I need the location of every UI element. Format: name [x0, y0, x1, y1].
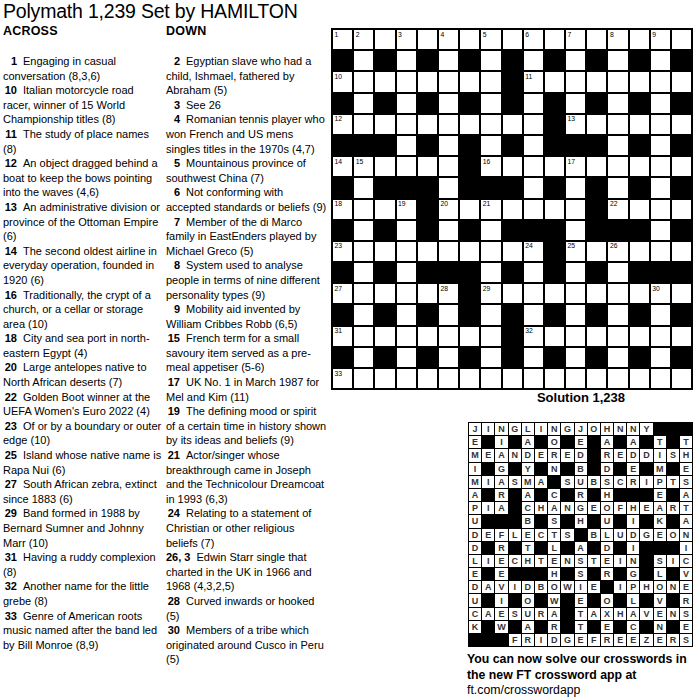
- solution-letter-cell: E: [482, 449, 494, 461]
- white-cell[interactable]: [672, 200, 691, 219]
- solution-letter-cell: A: [522, 621, 534, 633]
- white-cell[interactable]: [354, 327, 373, 346]
- white-cell[interactable]: [354, 115, 373, 134]
- white-cell[interactable]: [397, 369, 416, 388]
- solution-letter-cell: C: [680, 555, 692, 567]
- white-cell[interactable]: [354, 305, 373, 324]
- solution-letter-cell: N: [654, 621, 666, 633]
- white-cell[interactable]: [630, 284, 649, 303]
- white-cell[interactable]: [608, 136, 627, 155]
- solution-letter-cell: R: [535, 608, 547, 620]
- white-cell[interactable]: [418, 369, 437, 388]
- white-cell[interactable]: 9: [651, 30, 670, 49]
- white-cell[interactable]: [418, 72, 437, 91]
- white-cell[interactable]: 3: [397, 30, 416, 49]
- white-cell[interactable]: [397, 263, 416, 282]
- white-cell[interactable]: [397, 72, 416, 91]
- black-cell: [375, 263, 394, 282]
- solution-letter-cell: N: [509, 449, 521, 461]
- solution-letter-cell: E: [627, 634, 639, 646]
- white-cell[interactable]: [672, 157, 691, 176]
- white-cell[interactable]: [460, 327, 479, 346]
- white-cell[interactable]: [439, 94, 458, 113]
- white-cell[interactable]: [375, 157, 394, 176]
- solution-black-cell: [482, 634, 494, 646]
- white-cell[interactable]: [608, 51, 627, 70]
- solution-letter-cell: E: [548, 555, 560, 567]
- white-cell[interactable]: [651, 115, 670, 134]
- white-cell[interactable]: [503, 242, 522, 261]
- white-cell[interactable]: [608, 72, 627, 91]
- white-cell[interactable]: [439, 72, 458, 91]
- white-cell[interactable]: [439, 115, 458, 134]
- white-cell[interactable]: 22: [608, 200, 627, 219]
- white-cell[interactable]: [439, 178, 458, 197]
- white-cell[interactable]: 4: [439, 30, 458, 49]
- white-cell[interactable]: [566, 284, 585, 303]
- clue-number: 29: [3, 506, 17, 521]
- white-cell[interactable]: [354, 284, 373, 303]
- white-cell[interactable]: [439, 369, 458, 388]
- solution-letter-cell: A: [680, 515, 692, 527]
- white-cell[interactable]: [354, 51, 373, 70]
- solution-letter-cell: E: [482, 529, 494, 541]
- white-cell[interactable]: [481, 369, 500, 388]
- white-cell[interactable]: [672, 115, 691, 134]
- white-cell[interactable]: 23: [333, 242, 352, 261]
- clue-down-24: 24Relating to a statement of Christian o…: [166, 506, 328, 550]
- solution-letter-cell: S: [561, 529, 573, 541]
- white-cell[interactable]: [397, 327, 416, 346]
- white-cell[interactable]: [651, 200, 670, 219]
- white-cell[interactable]: [566, 305, 585, 324]
- solution-letter-cell: F: [614, 502, 626, 514]
- white-cell[interactable]: 21: [481, 200, 500, 219]
- clue-across-31: 31Having a ruddy complexion (8): [3, 550, 162, 579]
- solution-letter-cell: N: [548, 423, 560, 435]
- white-cell[interactable]: [545, 200, 564, 219]
- white-cell[interactable]: [418, 327, 437, 346]
- solution-letter-cell: C: [469, 608, 481, 620]
- black-cell: [545, 178, 564, 197]
- white-cell[interactable]: [375, 369, 394, 388]
- white-cell[interactable]: [566, 51, 585, 70]
- white-cell[interactable]: [439, 221, 458, 240]
- white-cell[interactable]: [503, 284, 522, 303]
- white-cell[interactable]: [566, 348, 585, 367]
- white-cell[interactable]: [524, 51, 543, 70]
- white-cell[interactable]: 25: [566, 242, 585, 261]
- solution-letter-cell: M: [469, 449, 481, 461]
- clue-number: 31: [3, 550, 17, 565]
- white-cell[interactable]: [524, 284, 543, 303]
- solution-letter-cell: N: [495, 423, 507, 435]
- white-cell[interactable]: [439, 327, 458, 346]
- white-cell[interactable]: [418, 284, 437, 303]
- white-cell[interactable]: [354, 221, 373, 240]
- white-cell[interactable]: [524, 178, 543, 197]
- white-cell[interactable]: [587, 157, 606, 176]
- white-cell[interactable]: 5: [481, 30, 500, 49]
- footer-link[interactable]: ft.com/crosswordapp: [467, 683, 699, 699]
- white-cell[interactable]: [608, 305, 627, 324]
- white-cell[interactable]: [630, 327, 649, 346]
- white-cell[interactable]: 17: [566, 157, 585, 176]
- solution-black-cell: [495, 515, 507, 527]
- white-cell[interactable]: [375, 327, 394, 346]
- white-cell[interactable]: [460, 115, 479, 134]
- solution-letter-cell: I: [627, 542, 639, 554]
- white-cell[interactable]: [460, 242, 479, 261]
- solution-letter-cell: A: [575, 542, 587, 554]
- cell-number: 9: [652, 31, 656, 38]
- white-cell[interactable]: [439, 136, 458, 155]
- white-cell[interactable]: 12: [333, 115, 352, 134]
- solution-letter-cell: A: [482, 581, 494, 593]
- white-cell[interactable]: [460, 30, 479, 49]
- white-cell[interactable]: [608, 178, 627, 197]
- solution-letter-cell: V: [680, 568, 692, 580]
- white-cell[interactable]: [481, 305, 500, 324]
- black-cell: [460, 221, 479, 240]
- solution-letter-cell: C: [509, 555, 521, 567]
- white-cell[interactable]: [672, 369, 691, 388]
- white-cell[interactable]: [608, 284, 627, 303]
- white-cell[interactable]: [439, 51, 458, 70]
- solution-letter-cell: V: [495, 581, 507, 593]
- white-cell[interactable]: [608, 115, 627, 134]
- solution-black-cell: [667, 436, 679, 448]
- white-cell[interactable]: [503, 157, 522, 176]
- white-cell[interactable]: 32: [524, 327, 543, 346]
- white-cell[interactable]: [545, 327, 564, 346]
- white-cell[interactable]: [545, 30, 564, 49]
- white-cell[interactable]: [630, 30, 649, 49]
- solution-black-cell: [535, 463, 547, 475]
- white-cell[interactable]: [418, 115, 437, 134]
- solution-letter-cell: N: [561, 502, 573, 514]
- white-cell[interactable]: [672, 30, 691, 49]
- cell-number: 3: [398, 31, 402, 38]
- solution-letter-cell: W: [548, 594, 560, 606]
- solution-black-cell: [667, 515, 679, 527]
- white-cell[interactable]: [397, 305, 416, 324]
- white-cell[interactable]: [481, 263, 500, 282]
- solution-letter-cell: A: [482, 608, 494, 620]
- white-cell[interactable]: [587, 72, 606, 91]
- white-cell[interactable]: 31: [333, 327, 352, 346]
- white-cell[interactable]: [481, 348, 500, 367]
- clue-number: 23: [3, 419, 17, 434]
- white-cell[interactable]: [630, 157, 649, 176]
- white-cell[interactable]: [630, 369, 649, 388]
- black-cell: [545, 115, 564, 134]
- white-cell[interactable]: [481, 327, 500, 346]
- white-cell[interactable]: [354, 263, 373, 282]
- white-cell[interactable]: [460, 200, 479, 219]
- solution-black-cell: [614, 568, 626, 580]
- white-cell[interactable]: 30: [651, 284, 670, 303]
- white-cell[interactable]: [397, 136, 416, 155]
- white-cell[interactable]: [608, 327, 627, 346]
- white-cell[interactable]: [439, 348, 458, 367]
- white-cell[interactable]: [608, 348, 627, 367]
- white-cell[interactable]: [397, 221, 416, 240]
- white-cell[interactable]: [439, 242, 458, 261]
- solution-letter-cell: P: [627, 581, 639, 593]
- white-cell[interactable]: [375, 30, 394, 49]
- white-cell[interactable]: [460, 72, 479, 91]
- solution-black-cell: [561, 568, 573, 580]
- white-cell[interactable]: 33: [333, 369, 352, 388]
- solution-letter-cell: E: [627, 463, 639, 475]
- solution-letter-cell: G: [640, 529, 652, 541]
- white-cell[interactable]: [566, 94, 585, 113]
- white-cell[interactable]: [354, 72, 373, 91]
- white-cell[interactable]: [354, 200, 373, 219]
- white-cell[interactable]: [630, 200, 649, 219]
- white-cell[interactable]: [545, 72, 564, 91]
- white-cell[interactable]: [651, 51, 670, 70]
- white-cell[interactable]: 18: [333, 200, 352, 219]
- white-cell[interactable]: [503, 30, 522, 49]
- solution-black-cell: [561, 542, 573, 554]
- page-title: Polymath 1,239 Set by HAMILTON: [3, 0, 298, 23]
- white-cell[interactable]: [566, 72, 585, 91]
- white-cell[interactable]: [587, 369, 606, 388]
- white-cell[interactable]: [439, 305, 458, 324]
- white-cell[interactable]: [566, 369, 585, 388]
- white-cell[interactable]: [375, 200, 394, 219]
- solution-letter-cell: E: [495, 555, 507, 567]
- white-cell[interactable]: [630, 242, 649, 261]
- white-cell[interactable]: [545, 157, 564, 176]
- white-cell[interactable]: [587, 327, 606, 346]
- white-cell[interactable]: [672, 327, 691, 346]
- black-cell: [587, 51, 606, 70]
- white-cell[interactable]: [545, 369, 564, 388]
- white-cell[interactable]: [651, 157, 670, 176]
- solution-letter-cell: I: [640, 476, 652, 488]
- solution-letter-cell: I: [614, 555, 626, 567]
- white-cell[interactable]: [481, 51, 500, 70]
- white-cell[interactable]: [481, 72, 500, 91]
- black-cell: [439, 263, 458, 282]
- white-cell[interactable]: [524, 369, 543, 388]
- solution-letter-cell: H: [548, 568, 560, 580]
- white-cell[interactable]: 2: [354, 30, 373, 49]
- white-cell[interactable]: [481, 136, 500, 155]
- cell-number: 7: [568, 31, 572, 38]
- white-cell[interactable]: [460, 369, 479, 388]
- white-cell[interactable]: 11: [524, 72, 543, 91]
- solution-letter-cell: H: [614, 608, 626, 620]
- white-cell[interactable]: [524, 348, 543, 367]
- white-cell[interactable]: [651, 305, 670, 324]
- white-cell[interactable]: 14: [333, 157, 352, 176]
- clue-number: 10: [3, 83, 17, 98]
- white-cell[interactable]: [608, 157, 627, 176]
- white-cell[interactable]: [397, 284, 416, 303]
- white-cell[interactable]: 26: [608, 242, 627, 261]
- white-cell[interactable]: [481, 221, 500, 240]
- white-cell[interactable]: [503, 369, 522, 388]
- puzzle-grid: 1234567891011121314151617181920212223242…: [331, 28, 693, 390]
- black-cell: [566, 136, 585, 155]
- solution-black-cell: [509, 621, 521, 633]
- white-cell[interactable]: [651, 348, 670, 367]
- white-cell[interactable]: [672, 242, 691, 261]
- white-cell[interactable]: [524, 94, 543, 113]
- white-cell[interactable]: [672, 284, 691, 303]
- white-cell[interactable]: [651, 72, 670, 91]
- cell-number: 23: [335, 242, 343, 249]
- white-cell[interactable]: [354, 348, 373, 367]
- solution-letter-cell: I: [495, 594, 507, 606]
- solution-black-cell: [509, 568, 521, 580]
- white-cell[interactable]: [397, 94, 416, 113]
- white-cell[interactable]: [566, 327, 585, 346]
- white-cell[interactable]: 27: [333, 284, 352, 303]
- white-cell[interactable]: [587, 242, 606, 261]
- white-cell[interactable]: [672, 72, 691, 91]
- white-cell[interactable]: [354, 242, 373, 261]
- black-cell: [333, 136, 352, 155]
- white-cell[interactable]: 10: [333, 72, 352, 91]
- solution-black-cell: [588, 449, 600, 461]
- white-cell[interactable]: [375, 242, 394, 261]
- solution-letter-cell: G: [561, 423, 573, 435]
- white-cell[interactable]: [608, 263, 627, 282]
- white-cell[interactable]: [587, 115, 606, 134]
- cell-number: 29: [483, 285, 491, 292]
- white-cell[interactable]: [397, 157, 416, 176]
- white-cell[interactable]: 7: [566, 30, 585, 49]
- cell-number: 4: [440, 31, 444, 38]
- white-cell[interactable]: [651, 369, 670, 388]
- black-cell: [460, 51, 479, 70]
- white-cell[interactable]: [503, 200, 522, 219]
- solution-black-cell: [640, 621, 652, 633]
- white-cell[interactable]: [651, 327, 670, 346]
- white-cell[interactable]: [503, 115, 522, 134]
- white-cell[interactable]: [481, 242, 500, 261]
- black-cell: [418, 94, 437, 113]
- black-cell: [545, 263, 564, 282]
- white-cell[interactable]: 13: [566, 115, 585, 134]
- black-cell: [503, 94, 522, 113]
- white-cell[interactable]: [439, 157, 458, 176]
- white-cell[interactable]: [375, 115, 394, 134]
- white-cell[interactable]: [566, 178, 585, 197]
- solution-letter-cell: M: [654, 463, 666, 475]
- solution-black-cell: [614, 463, 626, 475]
- solution-letter-cell: F: [588, 634, 600, 646]
- white-cell[interactable]: [397, 348, 416, 367]
- white-cell[interactable]: 16: [481, 157, 500, 176]
- solution-letter-cell: K: [469, 621, 481, 633]
- white-cell[interactable]: [375, 72, 394, 91]
- white-cell[interactable]: [524, 305, 543, 324]
- white-cell[interactable]: [608, 369, 627, 388]
- black-cell: [503, 263, 522, 282]
- white-cell[interactable]: [566, 221, 585, 240]
- white-cell[interactable]: [651, 221, 670, 240]
- white-cell[interactable]: [397, 115, 416, 134]
- white-cell[interactable]: 29: [481, 284, 500, 303]
- white-cell[interactable]: [587, 30, 606, 49]
- white-cell[interactable]: 20: [439, 200, 458, 219]
- white-cell[interactable]: [354, 369, 373, 388]
- black-cell: [460, 178, 479, 197]
- clue-down-8: 8System used to analyse people in terms …: [166, 258, 328, 302]
- white-cell[interactable]: [524, 136, 543, 155]
- white-cell[interactable]: 19: [397, 200, 416, 219]
- black-cell: [672, 178, 691, 197]
- white-cell[interactable]: [608, 94, 627, 113]
- white-cell[interactable]: [545, 284, 564, 303]
- solution-letter-cell: F: [509, 634, 521, 646]
- white-cell[interactable]: [587, 284, 606, 303]
- black-cell: [503, 51, 522, 70]
- white-cell[interactable]: 28: [439, 284, 458, 303]
- white-cell[interactable]: [524, 263, 543, 282]
- white-cell[interactable]: [481, 115, 500, 134]
- white-cell[interactable]: [651, 242, 670, 261]
- solution-black-cell: [627, 489, 639, 501]
- white-cell[interactable]: [566, 200, 585, 219]
- white-cell[interactable]: [481, 94, 500, 113]
- white-cell[interactable]: [418, 242, 437, 261]
- solution-letter-cell: E: [495, 568, 507, 580]
- white-cell[interactable]: 15: [354, 157, 373, 176]
- white-cell[interactable]: [354, 178, 373, 197]
- white-cell[interactable]: [524, 115, 543, 134]
- white-cell[interactable]: [566, 263, 585, 282]
- cell-number: 20: [440, 200, 448, 207]
- solution-letter-cell: T: [654, 436, 666, 448]
- solution-black-cell: [588, 489, 600, 501]
- white-cell[interactable]: [524, 200, 543, 219]
- white-cell[interactable]: [375, 284, 394, 303]
- white-cell[interactable]: [397, 51, 416, 70]
- white-cell[interactable]: [418, 157, 437, 176]
- clue-down-2: 2Egyptian slave who had a child, Ishmael…: [166, 54, 328, 98]
- solution-letter-cell: B: [522, 515, 534, 527]
- black-cell: [333, 305, 352, 324]
- solution-letter-cell: C: [535, 529, 547, 541]
- white-cell[interactable]: 24: [524, 242, 543, 261]
- white-cell[interactable]: 6: [524, 30, 543, 49]
- white-cell[interactable]: [630, 72, 649, 91]
- solution-letter-cell: S: [680, 476, 692, 488]
- white-cell[interactable]: [524, 157, 543, 176]
- white-cell[interactable]: 8: [608, 30, 627, 49]
- white-cell[interactable]: [651, 178, 670, 197]
- white-cell[interactable]: [651, 136, 670, 155]
- white-cell[interactable]: [418, 30, 437, 49]
- white-cell[interactable]: 1: [333, 30, 352, 49]
- solution-black-cell: [548, 476, 560, 488]
- white-cell[interactable]: [630, 115, 649, 134]
- white-cell[interactable]: [651, 94, 670, 113]
- black-cell: [418, 51, 437, 70]
- cell-number: 30: [652, 285, 660, 292]
- white-cell[interactable]: [397, 242, 416, 261]
- white-cell[interactable]: [354, 94, 373, 113]
- solution-letter-cell: S: [575, 568, 587, 580]
- solution-black-cell: [588, 594, 600, 606]
